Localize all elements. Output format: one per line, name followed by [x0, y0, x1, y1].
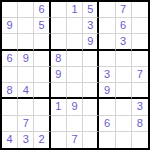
cell-r3c1[interactable] [2, 34, 18, 50]
cell-r9c6[interactable] [83, 132, 99, 148]
cell-r2c4[interactable] [51, 18, 67, 34]
cell-r7c5[interactable]: 9 [67, 99, 83, 115]
cell-r7c8[interactable] [116, 99, 132, 115]
cell-r6c5[interactable] [67, 83, 83, 99]
cell-r4c8[interactable] [116, 51, 132, 67]
cell-r6c2[interactable]: 4 [18, 83, 34, 99]
cell-r5c2[interactable] [18, 67, 34, 83]
cell-r8c6[interactable] [83, 116, 99, 132]
cell-r9c8[interactable] [116, 132, 132, 148]
sudoku-board: 61579536936989378491937684327 [0, 0, 150, 150]
cell-r4c5[interactable] [67, 51, 83, 67]
cell-r4c7[interactable] [99, 51, 115, 67]
cell-r1c9[interactable] [132, 2, 148, 18]
cell-r5c1[interactable] [2, 67, 18, 83]
cell-r8c1[interactable] [2, 116, 18, 132]
cell-r9c4[interactable] [51, 132, 67, 148]
cell-r9c3[interactable]: 2 [34, 132, 50, 148]
cell-r3c4[interactable] [51, 34, 67, 50]
cell-r3c9[interactable] [132, 34, 148, 50]
cell-r7c9[interactable]: 3 [132, 99, 148, 115]
cell-r3c5[interactable] [67, 34, 83, 50]
cell-r9c2[interactable]: 3 [18, 132, 34, 148]
cell-r7c7[interactable] [99, 99, 115, 115]
cell-r7c6[interactable] [83, 99, 99, 115]
cell-r5c7[interactable]: 3 [99, 67, 115, 83]
cell-r4c3[interactable] [34, 51, 50, 67]
cell-r3c6[interactable]: 9 [83, 34, 99, 50]
cell-r8c9[interactable]: 8 [132, 116, 148, 132]
cell-r1c7[interactable] [99, 2, 115, 18]
cell-r3c3[interactable] [34, 34, 50, 50]
cell-r9c9[interactable] [132, 132, 148, 148]
cell-r2c7[interactable] [99, 18, 115, 34]
cell-r9c1[interactable]: 4 [2, 132, 18, 148]
cell-r1c3[interactable]: 6 [34, 2, 50, 18]
cell-r5c3[interactable] [34, 67, 50, 83]
cell-r5c6[interactable] [83, 67, 99, 83]
cell-r5c4[interactable]: 9 [51, 67, 67, 83]
cell-r9c5[interactable]: 7 [67, 132, 83, 148]
cell-r8c5[interactable] [67, 116, 83, 132]
cell-r1c5[interactable]: 1 [67, 2, 83, 18]
cell-r2c5[interactable] [67, 18, 83, 34]
cell-r4c2[interactable]: 9 [18, 51, 34, 67]
cell-r2c9[interactable] [132, 18, 148, 34]
cell-r8c4[interactable] [51, 116, 67, 132]
cell-r2c8[interactable]: 6 [116, 18, 132, 34]
cell-r3c8[interactable]: 3 [116, 34, 132, 50]
cell-r6c7[interactable]: 9 [99, 83, 115, 99]
cell-r6c6[interactable] [83, 83, 99, 99]
cell-r8c7[interactable]: 6 [99, 116, 115, 132]
cell-r7c2[interactable] [18, 99, 34, 115]
cell-r6c9[interactable] [132, 83, 148, 99]
cell-r2c3[interactable]: 5 [34, 18, 50, 34]
cell-r3c7[interactable] [99, 34, 115, 50]
cell-r3c2[interactable] [18, 34, 34, 50]
cell-r1c2[interactable] [18, 2, 34, 18]
cell-r4c1[interactable]: 6 [2, 51, 18, 67]
cell-r5c5[interactable] [67, 67, 83, 83]
cell-r4c4[interactable]: 8 [51, 51, 67, 67]
cell-r2c6[interactable]: 3 [83, 18, 99, 34]
cell-r7c4[interactable]: 1 [51, 99, 67, 115]
cell-r6c8[interactable] [116, 83, 132, 99]
cell-r2c1[interactable]: 9 [2, 18, 18, 34]
cell-r5c8[interactable] [116, 67, 132, 83]
cell-r2c2[interactable] [18, 18, 34, 34]
cell-r6c3[interactable] [34, 83, 50, 99]
sudoku-app: 61579536936989378491937684327 [0, 0, 150, 150]
cell-r8c3[interactable] [34, 116, 50, 132]
cell-r9c7[interactable] [99, 132, 115, 148]
cell-r7c1[interactable] [2, 99, 18, 115]
cell-r1c6[interactable]: 5 [83, 2, 99, 18]
cell-r6c4[interactable] [51, 83, 67, 99]
cell-r8c2[interactable]: 7 [18, 116, 34, 132]
cell-r1c4[interactable] [51, 2, 67, 18]
cell-r5c9[interactable]: 7 [132, 67, 148, 83]
cell-r1c1[interactable] [2, 2, 18, 18]
cell-r7c3[interactable] [34, 99, 50, 115]
cell-r4c9[interactable] [132, 51, 148, 67]
cell-r6c1[interactable]: 8 [2, 83, 18, 99]
cell-r1c8[interactable]: 7 [116, 2, 132, 18]
cell-r4c6[interactable] [83, 51, 99, 67]
cell-r8c8[interactable] [116, 116, 132, 132]
